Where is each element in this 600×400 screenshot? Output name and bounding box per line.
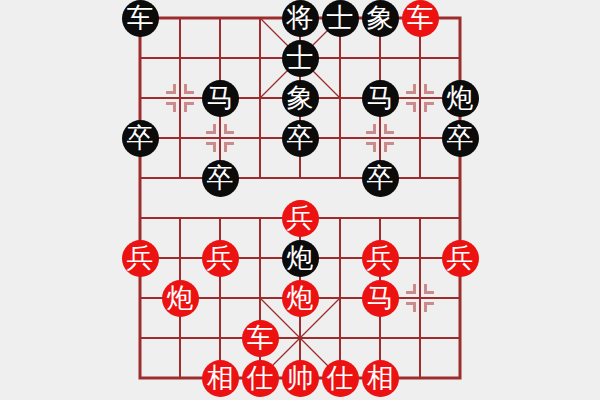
piece-grid: 车将士象车士马象马炮卒卒卒卒卒兵兵兵炮兵兵炮炮马车相仕帅仕相 [120, 0, 480, 398]
piece-red-chariot[interactable]: 车 [402, 0, 439, 37]
piece-red-soldier[interactable]: 兵 [282, 200, 319, 237]
xiangqi-board-screen: 车将士象车士马象马炮卒卒卒卒卒兵兵兵炮兵兵炮炮马车相仕帅仕相 [0, 0, 600, 400]
piece-red-horse[interactable]: 马 [362, 280, 399, 317]
piece-black-elephant[interactable]: 象 [282, 80, 319, 117]
piece-red-soldier[interactable]: 兵 [202, 240, 239, 277]
piece-black-elephant[interactable]: 象 [362, 0, 399, 37]
point-marker [406, 284, 434, 312]
piece-black-cannon[interactable]: 炮 [442, 80, 479, 117]
piece-black-advisor[interactable]: 士 [282, 40, 319, 77]
piece-red-general[interactable]: 帅 [282, 360, 319, 397]
piece-red-advisor[interactable]: 仕 [322, 360, 359, 397]
piece-black-soldier[interactable]: 卒 [122, 120, 159, 157]
piece-red-soldier[interactable]: 兵 [122, 240, 159, 277]
piece-red-soldier[interactable]: 兵 [442, 240, 479, 277]
piece-black-soldier[interactable]: 卒 [202, 160, 239, 197]
piece-red-cannon[interactable]: 炮 [282, 280, 319, 317]
piece-black-soldier[interactable]: 卒 [362, 160, 399, 197]
piece-red-chariot[interactable]: 车 [242, 320, 279, 357]
piece-black-chariot[interactable]: 车 [122, 0, 159, 37]
point-marker [206, 124, 234, 152]
piece-black-advisor[interactable]: 士 [322, 0, 359, 37]
piece-black-soldier[interactable]: 卒 [442, 120, 479, 157]
piece-black-horse[interactable]: 马 [362, 80, 399, 117]
piece-red-cannon[interactable]: 炮 [162, 280, 199, 317]
piece-red-elephant[interactable]: 相 [202, 360, 239, 397]
piece-red-elephant[interactable]: 相 [362, 360, 399, 397]
point-marker [366, 124, 394, 152]
piece-black-general[interactable]: 将 [282, 0, 319, 37]
piece-red-advisor[interactable]: 仕 [242, 360, 279, 397]
point-marker [406, 84, 434, 112]
piece-black-soldier[interactable]: 卒 [282, 120, 319, 157]
piece-black-cannon[interactable]: 炮 [282, 240, 319, 277]
piece-red-soldier[interactable]: 兵 [362, 240, 399, 277]
piece-black-horse[interactable]: 马 [202, 80, 239, 117]
point-marker [166, 84, 194, 112]
